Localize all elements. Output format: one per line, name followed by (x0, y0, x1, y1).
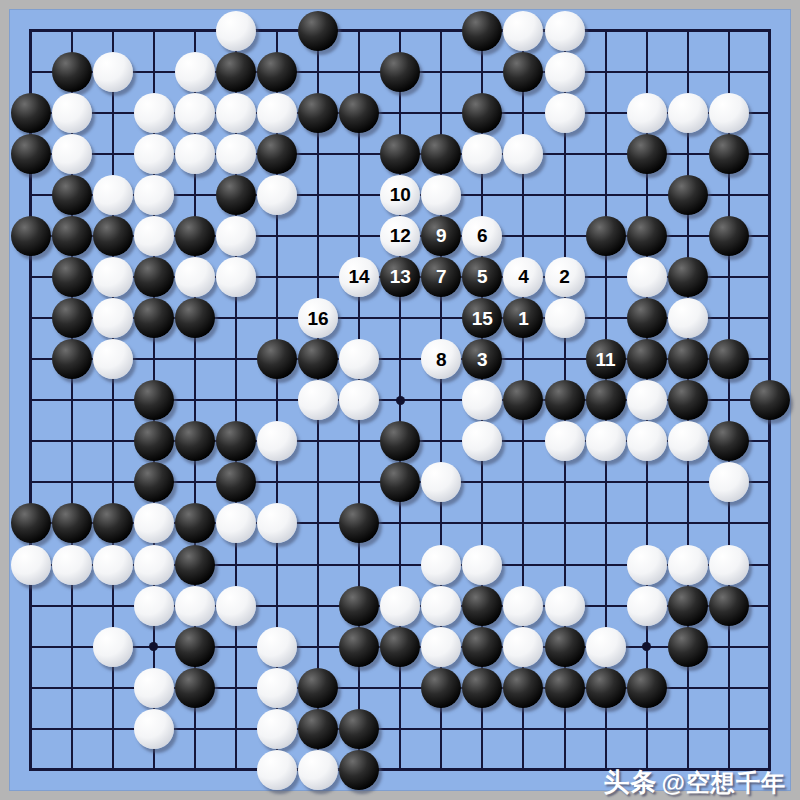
black-stone (668, 380, 708, 420)
white-stone (257, 175, 297, 215)
watermark-handle: @空想千年 (662, 769, 786, 796)
black-stone (52, 257, 92, 297)
white-stone (503, 586, 543, 626)
move-number-label: 11 (596, 350, 616, 369)
black-stone (11, 216, 51, 256)
black-stone (709, 216, 749, 256)
white-stone (257, 668, 297, 708)
white-stone (257, 627, 297, 667)
move-number-label: 14 (349, 267, 370, 286)
white-stone (709, 93, 749, 133)
black-stone (134, 298, 174, 338)
white-stone (421, 586, 461, 626)
black-stone (257, 339, 297, 379)
black-stone (462, 668, 502, 708)
black-stone (503, 668, 543, 708)
black-stone: 7 (421, 257, 461, 297)
white-stone (421, 627, 461, 667)
move-number-label: 5 (477, 267, 488, 286)
white-stone (216, 93, 256, 133)
black-stone (134, 380, 174, 420)
white-stone (175, 52, 215, 92)
black-stone (709, 134, 749, 174)
white-stone (462, 134, 502, 174)
black-stone (462, 11, 502, 51)
black-stone (421, 134, 461, 174)
white-stone (175, 586, 215, 626)
white-stone (216, 257, 256, 297)
white-stone (134, 586, 174, 626)
black-stone (175, 216, 215, 256)
black-stone (380, 134, 420, 174)
black-stone (503, 52, 543, 92)
white-stone (545, 93, 585, 133)
white-stone: 10 (380, 175, 420, 215)
white-stone (175, 134, 215, 174)
white-stone (216, 586, 256, 626)
black-stone (216, 175, 256, 215)
white-stone (668, 93, 708, 133)
black-stone (586, 216, 626, 256)
black-stone (175, 421, 215, 461)
black-stone (545, 380, 585, 420)
black-stone (134, 462, 174, 502)
black-stone (709, 421, 749, 461)
black-stone (668, 257, 708, 297)
black-stone (52, 339, 92, 379)
move-number-label: 8 (436, 350, 447, 369)
black-stone: 13 (380, 257, 420, 297)
black-stone (52, 175, 92, 215)
white-stone (134, 216, 174, 256)
move-number-label: 10 (390, 185, 411, 204)
black-stone (586, 668, 626, 708)
white-stone (545, 586, 585, 626)
white-stone (93, 257, 133, 297)
black-stone (52, 216, 92, 256)
black-stone (298, 668, 338, 708)
move-number-label: 15 (472, 309, 493, 328)
white-stone (709, 462, 749, 502)
white-stone (421, 175, 461, 215)
black-stone (668, 586, 708, 626)
black-stone (380, 52, 420, 92)
black-stone (11, 93, 51, 133)
black-stone (750, 380, 790, 420)
black-stone (339, 750, 379, 790)
black-stone (586, 380, 626, 420)
black-stone (216, 462, 256, 502)
black-stone (339, 93, 379, 133)
white-stone (93, 298, 133, 338)
white-stone (134, 709, 174, 749)
black-stone (339, 586, 379, 626)
white-stone (627, 257, 667, 297)
white-stone (668, 421, 708, 461)
black-stone (216, 52, 256, 92)
white-stone (257, 709, 297, 749)
white-stone (462, 545, 502, 585)
white-stone (175, 93, 215, 133)
white-stone (175, 257, 215, 297)
black-stone (11, 134, 51, 174)
white-stone: 16 (298, 298, 338, 338)
white-stone (627, 586, 667, 626)
white-stone (421, 545, 461, 585)
black-stone (462, 586, 502, 626)
black-stone (175, 545, 215, 585)
black-stone (216, 421, 256, 461)
white-stone (545, 52, 585, 92)
white-stone (52, 545, 92, 585)
watermark-prefix: 头条 (604, 767, 658, 797)
white-stone (257, 750, 297, 790)
black-stone (380, 627, 420, 667)
white-stone (216, 11, 256, 51)
black-stone (134, 421, 174, 461)
black-stone (298, 339, 338, 379)
white-stone (134, 668, 174, 708)
white-stone (52, 93, 92, 133)
white-stone (709, 545, 749, 585)
white-stone (134, 134, 174, 174)
white-stone (134, 503, 174, 543)
move-number-label: 6 (477, 226, 488, 245)
white-stone (503, 134, 543, 174)
white-stone: 6 (462, 216, 502, 256)
white-stone (545, 298, 585, 338)
white-stone (93, 52, 133, 92)
black-stone (462, 93, 502, 133)
white-stone (380, 586, 420, 626)
white-stone (339, 339, 379, 379)
black-stone (545, 668, 585, 708)
white-stone (52, 134, 92, 174)
move-number-label: 13 (390, 267, 411, 286)
move-number-label: 12 (390, 226, 411, 245)
white-stone (627, 380, 667, 420)
white-stone (627, 545, 667, 585)
move-number-label: 2 (559, 267, 570, 286)
black-stone (52, 298, 92, 338)
black-stone (175, 627, 215, 667)
white-stone: 12 (380, 216, 420, 256)
black-stone (175, 668, 215, 708)
white-stone (668, 545, 708, 585)
watermark: 头条@空想千年 (604, 765, 786, 800)
white-stone (298, 380, 338, 420)
white-stone (545, 421, 585, 461)
white-stone (668, 298, 708, 338)
move-number-label: 7 (436, 267, 447, 286)
white-stone (298, 750, 338, 790)
move-number-label: 9 (436, 226, 447, 245)
white-stone (134, 93, 174, 133)
white-stone: 14 (339, 257, 379, 297)
black-stone (52, 503, 92, 543)
move-number-label: 3 (477, 350, 488, 369)
black-stone (257, 52, 297, 92)
black-stone (627, 668, 667, 708)
black-stone (339, 627, 379, 667)
black-stone (668, 175, 708, 215)
white-stone (216, 134, 256, 174)
white-stone (627, 421, 667, 461)
black-stone (175, 298, 215, 338)
black-stone (175, 503, 215, 543)
black-stone (709, 586, 749, 626)
white-stone (257, 93, 297, 133)
white-stone (93, 175, 133, 215)
star-point (396, 396, 405, 405)
screenshot-frame: 10129614137542161518311 头条@空想千年 (0, 0, 800, 800)
white-stone (11, 545, 51, 585)
white-stone (503, 11, 543, 51)
black-stone (462, 627, 502, 667)
white-stone (134, 175, 174, 215)
black-stone (93, 216, 133, 256)
white-stone (134, 545, 174, 585)
black-stone (257, 134, 297, 174)
black-stone (421, 668, 461, 708)
white-stone: 2 (545, 257, 585, 297)
black-stone (668, 339, 708, 379)
black-stone (627, 298, 667, 338)
white-stone (216, 216, 256, 256)
white-stone (545, 11, 585, 51)
black-stone (298, 93, 338, 133)
white-stone (627, 93, 667, 133)
white-stone (257, 421, 297, 461)
black-stone (52, 52, 92, 92)
move-number-label: 4 (518, 267, 529, 286)
black-stone (709, 339, 749, 379)
white-stone (93, 627, 133, 667)
black-stone (545, 627, 585, 667)
white-stone (93, 339, 133, 379)
black-stone (627, 134, 667, 174)
white-stone (586, 627, 626, 667)
black-stone: 9 (421, 216, 461, 256)
black-stone (134, 257, 174, 297)
white-stone (503, 627, 543, 667)
move-number-label: 16 (307, 309, 328, 328)
black-stone (627, 339, 667, 379)
white-stone (586, 421, 626, 461)
white-stone (93, 545, 133, 585)
black-stone (627, 216, 667, 256)
black-stone (11, 503, 51, 543)
black-stone: 11 (586, 339, 626, 379)
black-stone (298, 11, 338, 51)
black-stone (339, 709, 379, 749)
black-stone (668, 627, 708, 667)
black-stone (298, 709, 338, 749)
move-number-label: 1 (518, 309, 529, 328)
black-stone (93, 503, 133, 543)
